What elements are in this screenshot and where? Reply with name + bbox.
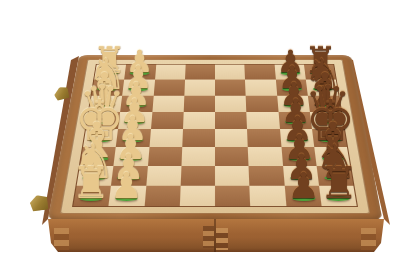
square[interactable] <box>249 166 284 186</box>
square[interactable] <box>215 95 247 111</box>
black-p-glyph: ♟ <box>287 168 319 204</box>
black-r-glyph: ♜ <box>319 162 358 206</box>
finger-joint-tabs-left <box>203 226 214 248</box>
square[interactable] <box>245 80 277 96</box>
square[interactable] <box>151 112 184 129</box>
square[interactable] <box>180 166 215 186</box>
square[interactable] <box>215 166 250 186</box>
square[interactable] <box>215 80 246 96</box>
square[interactable] <box>182 129 215 147</box>
square[interactable] <box>247 112 280 129</box>
square[interactable] <box>248 147 283 166</box>
square[interactable] <box>153 80 185 96</box>
square[interactable] <box>215 147 249 166</box>
square[interactable] <box>246 95 278 111</box>
square[interactable] <box>152 95 184 111</box>
square[interactable] <box>181 147 215 166</box>
square[interactable] <box>215 112 247 129</box>
square[interactable] <box>149 129 183 147</box>
square[interactable] <box>247 129 281 147</box>
piece-black-p[interactable]: ♟ <box>287 168 319 204</box>
brass-latch-lower <box>29 194 50 213</box>
square[interactable] <box>250 186 286 207</box>
square[interactable] <box>183 112 215 129</box>
corner-finger-joint-right <box>361 228 376 250</box>
corner-finger-joint-left <box>54 228 69 250</box>
white-r-glyph: ♜ <box>72 162 111 206</box>
square[interactable] <box>180 186 215 207</box>
square[interactable] <box>146 166 181 186</box>
piece-white-r[interactable]: ♜ <box>72 162 111 206</box>
piece-white-p[interactable]: ♟ <box>110 168 142 204</box>
white-p-glyph: ♟ <box>110 168 142 204</box>
piece-black-r[interactable]: ♜ <box>319 162 358 206</box>
square[interactable] <box>185 65 215 80</box>
square[interactable] <box>184 80 215 96</box>
square[interactable] <box>215 129 248 147</box>
square[interactable] <box>183 95 215 111</box>
square[interactable] <box>144 186 180 207</box>
square[interactable] <box>215 65 245 80</box>
square[interactable] <box>245 65 276 80</box>
square[interactable] <box>155 65 186 80</box>
finger-joint-tabs-right <box>216 228 228 250</box>
photo-scene: ♜♟♟♜♞♟♟♞♝♟♟♝♛♟♟♛♚♟♟♚♝♟♟♝♞♟♟♞♜♟♟♜ <box>0 0 416 277</box>
square[interactable] <box>147 147 182 166</box>
board-front-edge <box>45 219 387 252</box>
square[interactable] <box>215 186 250 207</box>
